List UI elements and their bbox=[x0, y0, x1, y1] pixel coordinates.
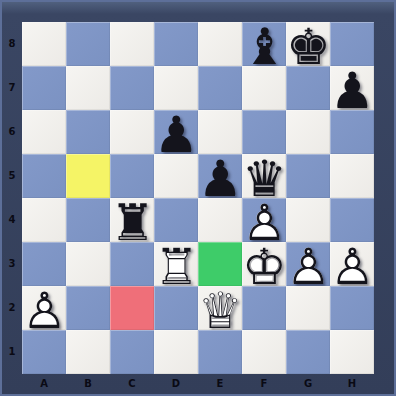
square-c5[interactable] bbox=[110, 154, 154, 198]
square-a1[interactable] bbox=[22, 330, 66, 374]
square-d4[interactable] bbox=[154, 198, 198, 242]
white-piece-outline: ♖ bbox=[154, 242, 199, 292]
square-g1[interactable] bbox=[286, 330, 330, 374]
square-a2[interactable]: ♟♙ bbox=[22, 286, 66, 330]
file-label-a: A bbox=[22, 374, 66, 394]
white-piece-outline: ♙ bbox=[330, 242, 375, 292]
rank-label-4: 4 bbox=[2, 198, 22, 242]
file-label-g: G bbox=[286, 374, 330, 394]
square-b8[interactable] bbox=[66, 22, 110, 66]
square-h3[interactable]: ♟♙ bbox=[330, 242, 374, 286]
square-d1[interactable] bbox=[154, 330, 198, 374]
rank-label-2: 2 bbox=[2, 286, 22, 330]
file-label-h: H bbox=[330, 374, 374, 394]
black-queen[interactable]: ♛ bbox=[242, 154, 286, 198]
black-piece-glyph: ♜ bbox=[110, 198, 155, 248]
white-piece-outline: ♕ bbox=[198, 286, 243, 336]
square-g3[interactable]: ♟♙ bbox=[286, 242, 330, 286]
rank-label-6: 6 bbox=[2, 110, 22, 154]
black-piece-glyph: ♚ bbox=[286, 22, 331, 72]
file-label-c: C bbox=[110, 374, 154, 394]
square-c3[interactable] bbox=[110, 242, 154, 286]
square-e8[interactable] bbox=[198, 22, 242, 66]
square-f2[interactable] bbox=[242, 286, 286, 330]
black-pawn[interactable]: ♟ bbox=[154, 110, 198, 154]
white-pawn[interactable]: ♟♙ bbox=[242, 198, 286, 242]
square-b3[interactable] bbox=[66, 242, 110, 286]
rank-label-1: 1 bbox=[2, 330, 22, 374]
square-b4[interactable] bbox=[66, 198, 110, 242]
file-label-d: D bbox=[154, 374, 198, 394]
square-d5[interactable] bbox=[154, 154, 198, 198]
black-rook[interactable]: ♜ bbox=[110, 198, 154, 242]
white-pawn[interactable]: ♟♙ bbox=[22, 286, 66, 330]
square-d6[interactable]: ♟ bbox=[154, 110, 198, 154]
square-f8[interactable]: ♝ bbox=[242, 22, 286, 66]
square-g6[interactable] bbox=[286, 110, 330, 154]
chess-board-frame: ♝♚♟♟♟♛♜♟♙♜♖♚♔♟♙♟♙♟♙♛♕ 87654321ABCDEFGH bbox=[0, 0, 396, 396]
file-label-b: B bbox=[66, 374, 110, 394]
square-c6[interactable] bbox=[110, 110, 154, 154]
square-e7[interactable] bbox=[198, 66, 242, 110]
rank-label-3: 3 bbox=[2, 242, 22, 286]
black-pawn[interactable]: ♟ bbox=[330, 66, 374, 110]
square-a5[interactable] bbox=[22, 154, 66, 198]
square-a4[interactable] bbox=[22, 198, 66, 242]
square-g2[interactable] bbox=[286, 286, 330, 330]
black-piece-glyph: ♝ bbox=[242, 22, 287, 72]
square-e6[interactable] bbox=[198, 110, 242, 154]
square-f4[interactable]: ♟♙ bbox=[242, 198, 286, 242]
black-piece-glyph: ♟ bbox=[198, 154, 243, 204]
square-e1[interactable] bbox=[198, 330, 242, 374]
square-b5-yellow-highlight[interactable] bbox=[66, 154, 110, 198]
white-piece-outline: ♙ bbox=[286, 242, 331, 292]
square-a8[interactable] bbox=[22, 22, 66, 66]
square-c2-red-highlight[interactable] bbox=[110, 286, 154, 330]
chess-board: ♝♚♟♟♟♛♜♟♙♜♖♚♔♟♙♟♙♟♙♛♕ bbox=[22, 22, 374, 374]
square-b2[interactable] bbox=[66, 286, 110, 330]
black-piece-glyph: ♟ bbox=[154, 110, 199, 160]
square-a3[interactable] bbox=[22, 242, 66, 286]
square-c8[interactable] bbox=[110, 22, 154, 66]
square-g4[interactable] bbox=[286, 198, 330, 242]
square-c7[interactable] bbox=[110, 66, 154, 110]
white-king[interactable]: ♚♔ bbox=[242, 242, 286, 286]
square-e5[interactable]: ♟ bbox=[198, 154, 242, 198]
square-a7[interactable] bbox=[22, 66, 66, 110]
square-g7[interactable] bbox=[286, 66, 330, 110]
square-f1[interactable] bbox=[242, 330, 286, 374]
white-piece-outline: ♔ bbox=[242, 242, 287, 292]
square-e4[interactable] bbox=[198, 198, 242, 242]
square-h1[interactable] bbox=[330, 330, 374, 374]
square-b7[interactable] bbox=[66, 66, 110, 110]
rank-label-7: 7 bbox=[2, 66, 22, 110]
file-label-f: F bbox=[242, 374, 286, 394]
square-f3[interactable]: ♚♔ bbox=[242, 242, 286, 286]
square-f6[interactable] bbox=[242, 110, 286, 154]
file-label-e: E bbox=[198, 374, 242, 394]
square-b1[interactable] bbox=[66, 330, 110, 374]
square-g5[interactable] bbox=[286, 154, 330, 198]
rank-label-5: 5 bbox=[2, 154, 22, 198]
black-bishop[interactable]: ♝ bbox=[242, 22, 286, 66]
square-d7[interactable] bbox=[154, 66, 198, 110]
white-rook[interactable]: ♜♖ bbox=[154, 242, 198, 286]
square-h4[interactable] bbox=[330, 198, 374, 242]
black-king[interactable]: ♚ bbox=[286, 22, 330, 66]
square-c4[interactable]: ♜ bbox=[110, 198, 154, 242]
black-pawn[interactable]: ♟ bbox=[198, 154, 242, 198]
square-f5[interactable]: ♛ bbox=[242, 154, 286, 198]
square-h2[interactable] bbox=[330, 286, 374, 330]
square-d8[interactable] bbox=[154, 22, 198, 66]
square-e3-green-highlight[interactable] bbox=[198, 242, 242, 286]
white-pawn[interactable]: ♟♙ bbox=[286, 242, 330, 286]
square-b6[interactable] bbox=[66, 110, 110, 154]
square-c1[interactable] bbox=[110, 330, 154, 374]
square-d2[interactable] bbox=[154, 286, 198, 330]
square-f7[interactable] bbox=[242, 66, 286, 110]
square-a6[interactable] bbox=[22, 110, 66, 154]
white-queen[interactable]: ♛♕ bbox=[198, 286, 242, 330]
square-h7[interactable]: ♟ bbox=[330, 66, 374, 110]
square-d3[interactable]: ♜♖ bbox=[154, 242, 198, 286]
square-h5[interactable] bbox=[330, 154, 374, 198]
rank-label-8: 8 bbox=[2, 22, 22, 66]
square-h8[interactable] bbox=[330, 22, 374, 66]
square-g8[interactable]: ♚ bbox=[286, 22, 330, 66]
white-piece-outline: ♙ bbox=[22, 286, 67, 336]
white-pawn[interactable]: ♟♙ bbox=[330, 242, 374, 286]
square-e2[interactable]: ♛♕ bbox=[198, 286, 242, 330]
black-piece-glyph: ♟ bbox=[330, 66, 375, 116]
square-h6[interactable] bbox=[330, 110, 374, 154]
